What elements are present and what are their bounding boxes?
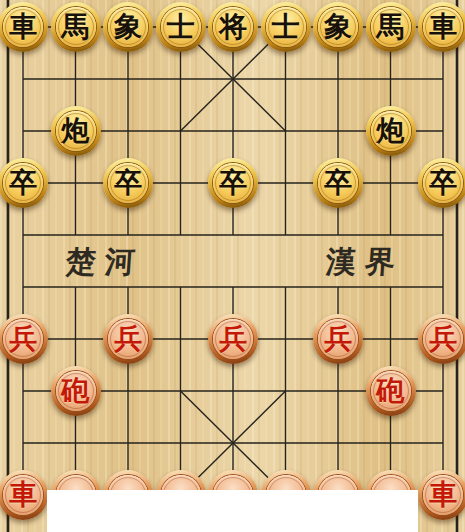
piece-glyph: 車 — [9, 13, 37, 41]
piece-glyph: 象 — [324, 13, 352, 41]
piece-glyph: 卒 — [219, 169, 247, 197]
piece-face: 兵 — [423, 319, 463, 359]
piece-face: 卒 — [423, 163, 463, 203]
piece-face: 兵 — [318, 319, 358, 359]
piece-glyph: 兵 — [114, 325, 142, 353]
piece-face: 象 — [108, 7, 148, 47]
piece-glyph: 車 — [429, 13, 457, 41]
piece-face: 卒 — [3, 163, 43, 203]
piece-black-馬[interactable]: 馬 — [51, 2, 101, 52]
piece-face: 砲 — [56, 371, 96, 411]
piece-glyph: 車 — [9, 481, 37, 509]
piece-glyph: 炮 — [377, 117, 405, 145]
piece-glyph: 砲 — [377, 377, 405, 405]
piece-face: 象 — [318, 7, 358, 47]
piece-face: 炮 — [56, 111, 96, 151]
piece-black-炮[interactable]: 炮 — [366, 106, 416, 156]
piece-black-馬[interactable]: 馬 — [366, 2, 416, 52]
piece-face: 車 — [423, 7, 463, 47]
piece-glyph: 馬 — [62, 13, 90, 41]
piece-face: 炮 — [371, 111, 411, 151]
piece-black-車[interactable]: 車 — [0, 2, 48, 52]
piece-glyph: 士 — [167, 13, 195, 41]
piece-glyph: 卒 — [114, 169, 142, 197]
piece-glyph: 兵 — [429, 325, 457, 353]
piece-glyph: 将 — [219, 13, 247, 41]
piece-black-車[interactable]: 車 — [418, 2, 465, 52]
piece-red-兵[interactable]: 兵 — [208, 314, 258, 364]
white-overlay — [47, 490, 418, 532]
piece-face: 将 — [213, 7, 253, 47]
piece-face: 兵 — [213, 319, 253, 359]
piece-glyph: 卒 — [324, 169, 352, 197]
piece-face: 兵 — [108, 319, 148, 359]
piece-face: 卒 — [318, 163, 358, 203]
piece-face: 馬 — [56, 7, 96, 47]
piece-face: 兵 — [3, 319, 43, 359]
piece-face: 車 — [3, 475, 43, 515]
piece-black-将[interactable]: 将 — [208, 2, 258, 52]
piece-face: 士 — [161, 7, 201, 47]
piece-glyph: 車 — [429, 481, 457, 509]
piece-glyph: 卒 — [9, 169, 37, 197]
piece-glyph: 象 — [114, 13, 142, 41]
piece-glyph: 兵 — [324, 325, 352, 353]
piece-glyph: 馬 — [377, 13, 405, 41]
piece-black-士[interactable]: 士 — [156, 2, 206, 52]
piece-red-兵[interactable]: 兵 — [418, 314, 465, 364]
piece-red-砲[interactable]: 砲 — [366, 366, 416, 416]
piece-glyph: 兵 — [9, 325, 37, 353]
piece-grid[interactable]: 車馬象士将士象馬車炮炮卒卒卒卒卒兵兵兵兵兵砲砲車車 — [0, 1, 465, 521]
piece-glyph: 砲 — [62, 377, 90, 405]
piece-red-車[interactable]: 車 — [418, 470, 465, 520]
piece-red-兵[interactable]: 兵 — [0, 314, 48, 364]
piece-glyph: 士 — [272, 13, 300, 41]
piece-black-卒[interactable]: 卒 — [418, 158, 465, 208]
piece-black-士[interactable]: 士 — [261, 2, 311, 52]
piece-glyph: 卒 — [429, 169, 457, 197]
piece-black-卒[interactable]: 卒 — [313, 158, 363, 208]
piece-black-卒[interactable]: 卒 — [0, 158, 48, 208]
piece-glyph: 兵 — [219, 325, 247, 353]
piece-face: 車 — [423, 475, 463, 515]
piece-face: 士 — [266, 7, 306, 47]
piece-black-炮[interactable]: 炮 — [51, 106, 101, 156]
piece-red-車[interactable]: 車 — [0, 470, 48, 520]
piece-face: 馬 — [371, 7, 411, 47]
piece-red-砲[interactable]: 砲 — [51, 366, 101, 416]
piece-black-卒[interactable]: 卒 — [103, 158, 153, 208]
piece-black-卒[interactable]: 卒 — [208, 158, 258, 208]
piece-black-象[interactable]: 象 — [313, 2, 363, 52]
xiangqi-board: 楚河 漢界 車馬象士将士象馬車炮炮卒卒卒卒卒兵兵兵兵兵砲砲車車 — [0, 0, 465, 532]
piece-face: 卒 — [108, 163, 148, 203]
piece-face: 車 — [3, 7, 43, 47]
piece-face: 砲 — [371, 371, 411, 411]
piece-red-兵[interactable]: 兵 — [103, 314, 153, 364]
piece-glyph: 炮 — [62, 117, 90, 145]
piece-face: 卒 — [213, 163, 253, 203]
piece-red-兵[interactable]: 兵 — [313, 314, 363, 364]
piece-black-象[interactable]: 象 — [103, 2, 153, 52]
